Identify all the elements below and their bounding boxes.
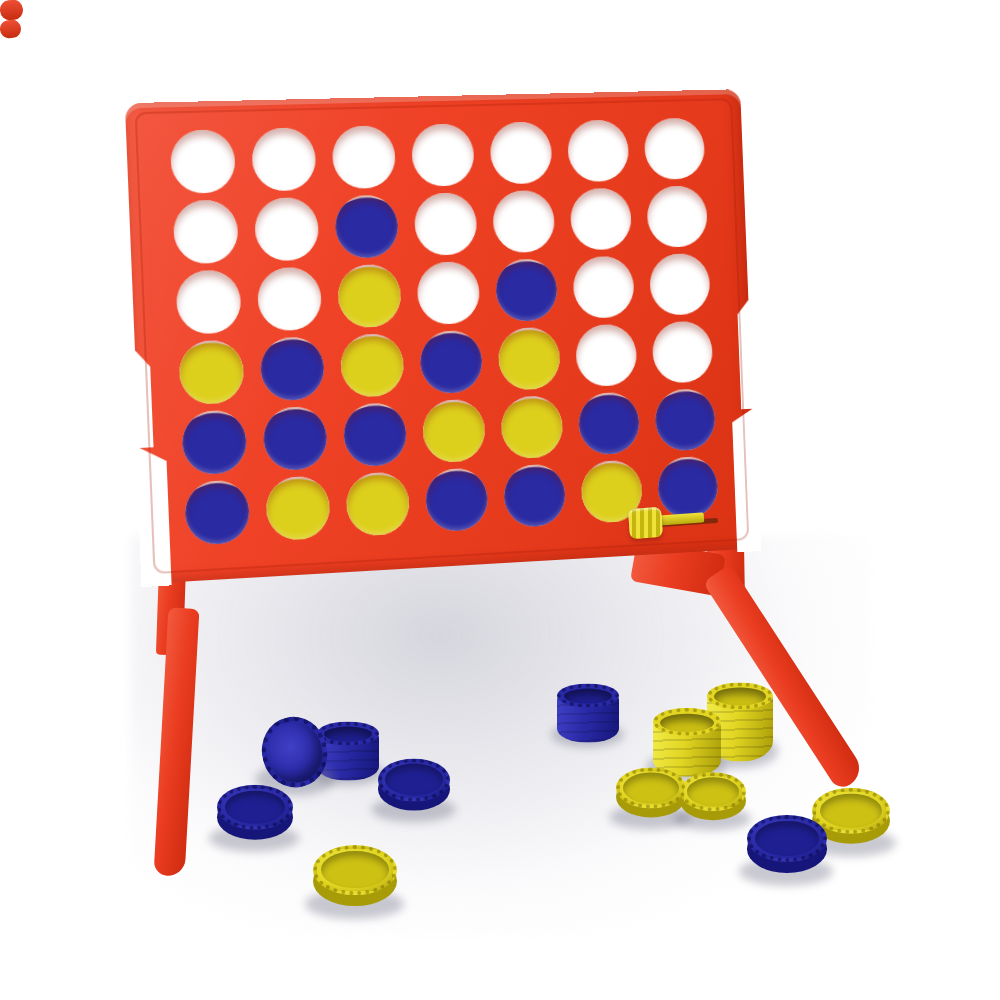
loose-disc-yellow-flat[interactable] [680, 772, 746, 826]
cell-r4c4[interactable]: ● [419, 330, 483, 395]
blue-disc: ● [260, 336, 326, 401]
loose-disc-blue-flat[interactable] [747, 815, 827, 881]
cell-r1c1[interactable] [170, 129, 236, 194]
cell-r5c6[interactable]: ● [578, 391, 641, 455]
yellow-disc: ● [337, 264, 402, 329]
cell-r5c2[interactable]: ● [262, 406, 328, 472]
cell-r5c4[interactable]: ● [422, 398, 486, 463]
disc-recess [755, 821, 819, 856]
cell-r4c6[interactable] [575, 323, 638, 387]
cell-r3c3[interactable]: ● [337, 264, 402, 329]
loose-disc-blue-leaning[interactable] [262, 717, 330, 790]
loose-disc-blue-cup[interactable] [557, 684, 619, 743]
loose-disc-yellow-flat[interactable] [313, 845, 397, 914]
cell-r6c7[interactable]: ● [657, 456, 719, 520]
cell-r3c4[interactable] [416, 261, 480, 325]
disc-recess [385, 764, 443, 796]
cell-r5c7[interactable]: ● [654, 388, 716, 452]
cell-r2c4[interactable] [414, 192, 478, 256]
cell-r3c1[interactable] [175, 269, 241, 334]
yellow-disc: ● [498, 327, 561, 391]
cell-r1c2[interactable] [251, 127, 317, 191]
blue-disc: ● [578, 391, 641, 455]
connect-four-board: ●●●●●●●●●●●●●●●●●●●●●● [125, 89, 758, 584]
yellow-disc: ● [345, 471, 410, 537]
cell-r6c3[interactable]: ● [345, 471, 410, 537]
cell-r2c6[interactable] [570, 187, 633, 250]
yellow-disc: ● [340, 333, 405, 398]
loose-disc-blue-flat[interactable] [217, 785, 293, 847]
cell-r3c5[interactable]: ● [495, 258, 558, 322]
blue-disc: ● [262, 406, 328, 472]
cell-r4c2[interactable]: ● [260, 336, 326, 401]
blue-disc: ● [181, 409, 247, 475]
cell-r4c1[interactable]: ● [178, 339, 244, 405]
blue-disc: ● [419, 330, 483, 395]
blue-disc: ● [503, 463, 566, 528]
cell-r2c5[interactable] [492, 190, 555, 254]
cell-r1c4[interactable] [411, 123, 475, 187]
cell-r4c3[interactable]: ● [340, 333, 405, 398]
cell-r2c7[interactable] [646, 185, 708, 248]
cell-r2c3[interactable]: ● [334, 194, 399, 258]
cell-r1c6[interactable] [567, 119, 630, 182]
disc-inner [564, 688, 612, 703]
cell-r6c1[interactable]: ● [184, 479, 250, 545]
cell-r3c2[interactable] [257, 266, 323, 331]
cell-r2c1[interactable] [173, 199, 239, 264]
blue-disc: ● [654, 388, 716, 452]
cell-r6c2[interactable]: ● [265, 475, 331, 541]
cell-r1c3[interactable] [331, 125, 396, 189]
disc-recess [687, 777, 740, 806]
yellow-disc: ● [265, 475, 331, 541]
blue-disc: ● [343, 402, 408, 467]
cell-r6c5[interactable]: ● [503, 463, 566, 528]
loose-disc-blue-flat[interactable] [378, 759, 450, 818]
cell-r2c2[interactable] [254, 197, 320, 262]
disc-recess [820, 794, 882, 829]
disc-inner [660, 713, 713, 731]
release-slider-knob[interactable] [628, 507, 663, 539]
cell-r5c1[interactable]: ● [181, 409, 247, 475]
blue-disc: ● [425, 467, 489, 532]
left-leg-peg [0, 0, 24, 21]
cell-r6c4[interactable]: ● [425, 467, 489, 532]
blue-disc: ● [334, 194, 399, 258]
cell-r5c3[interactable]: ● [343, 402, 408, 467]
blue-disc: ● [657, 456, 719, 520]
cell-r3c6[interactable] [572, 255, 635, 318]
disc-recess [623, 773, 679, 804]
board-grid: ●●●●●●●●●●●●●●●●●●●●●● [125, 89, 758, 584]
blue-disc: ● [184, 479, 250, 545]
disc-recess [321, 851, 388, 888]
yellow-disc: ● [422, 398, 486, 463]
disc-inner [324, 726, 372, 741]
scene: ●●●●●●●●●●●●●●●●●●●●●● [0, 0, 1000, 1000]
cell-r4c7[interactable] [652, 320, 714, 383]
cell-r1c7[interactable] [644, 118, 706, 181]
blue-disc: ● [495, 258, 558, 322]
cell-r5c5[interactable]: ● [500, 395, 563, 459]
right-leg-peg [0, 19, 22, 39]
cell-r3c7[interactable] [649, 253, 711, 316]
cell-r1c5[interactable] [489, 121, 552, 184]
disc-inner [714, 687, 765, 705]
yellow-disc: ● [500, 395, 563, 459]
cell-r4c5[interactable]: ● [498, 327, 561, 391]
yellow-disc: ● [178, 339, 244, 405]
